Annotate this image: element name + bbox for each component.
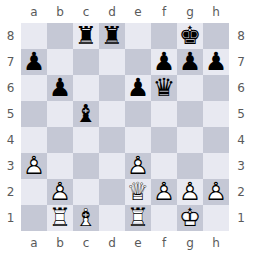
file-label-b-top: b — [47, 0, 73, 23]
square-a2[interactable] — [21, 179, 47, 205]
square-b5[interactable] — [47, 101, 73, 127]
square-a1[interactable] — [21, 205, 47, 231]
rank-label-8-left: 8 — [0, 23, 21, 49]
file-label-g-bottom: g — [177, 231, 203, 263]
file-label-g-top: g — [177, 0, 203, 23]
square-a3[interactable]: ♟♙ — [21, 153, 47, 179]
square-h6[interactable] — [203, 75, 229, 101]
square-f2[interactable]: ♟♙ — [151, 179, 177, 205]
square-f3[interactable] — [151, 153, 177, 179]
corner-top-right — [229, 0, 253, 23]
square-f6[interactable]: ♛ — [151, 75, 177, 101]
file-label-h-top: h — [203, 0, 229, 23]
square-b1[interactable]: ♜♖ — [47, 205, 73, 231]
black-bishop-c5[interactable]: ♝ — [73, 101, 99, 127]
white-piece-outline: ♖ — [47, 205, 73, 231]
square-e2[interactable]: ♛♕ — [125, 179, 151, 205]
square-f8[interactable] — [151, 23, 177, 49]
rank-label-1-left: 1 — [0, 205, 21, 231]
white-queen-e2[interactable]: ♛♕ — [125, 179, 151, 205]
square-c8[interactable]: ♜ — [73, 23, 99, 49]
black-pawn-h7[interactable]: ♟ — [203, 49, 229, 75]
square-d4[interactable] — [99, 127, 125, 153]
file-label-a-bottom: a — [21, 231, 47, 263]
square-d1[interactable] — [99, 205, 125, 231]
rank-label-5-left: 5 — [0, 101, 21, 127]
square-a8[interactable] — [21, 23, 47, 49]
square-d7[interactable] — [99, 49, 125, 75]
white-piece-outline: ♙ — [125, 153, 151, 179]
rank-label-5-right: 5 — [229, 101, 253, 127]
rank-label-6-right: 6 — [229, 75, 253, 101]
square-h7[interactable]: ♟ — [203, 49, 229, 75]
black-pawn-b6[interactable]: ♟ — [47, 75, 73, 101]
white-pawn-f2[interactable]: ♟♙ — [151, 179, 177, 205]
square-a6[interactable] — [21, 75, 47, 101]
rank-label-8-right: 8 — [229, 23, 253, 49]
square-h3[interactable] — [203, 153, 229, 179]
white-king-g1[interactable]: ♚♔ — [177, 205, 203, 231]
square-e7[interactable] — [125, 49, 151, 75]
black-rook-d8[interactable]: ♜ — [99, 23, 125, 49]
file-label-c-top: c — [73, 0, 99, 23]
white-pawn-e3[interactable]: ♟♙ — [125, 153, 151, 179]
white-piece-outline: ♔ — [177, 205, 203, 231]
rank-label-2-left: 2 — [0, 179, 21, 205]
rank-label-6-left: 6 — [0, 75, 21, 101]
corner-bottom-left — [0, 231, 21, 263]
square-f1[interactable] — [151, 205, 177, 231]
black-pawn-f7[interactable]: ♟ — [151, 49, 177, 75]
chess-board: abcdefgh8♜♜♚87♟♟♟♟76♟♟♛65♝5443♟♙♟♙32♟♙♛♕… — [0, 0, 253, 263]
square-e1[interactable]: ♜♖ — [125, 205, 151, 231]
square-c7[interactable] — [73, 49, 99, 75]
square-g4[interactable] — [177, 127, 203, 153]
file-label-h-bottom: h — [203, 231, 229, 263]
white-piece-outline: ♖ — [125, 205, 151, 231]
white-piece-outline: ♙ — [47, 179, 73, 205]
square-g1[interactable]: ♚♔ — [177, 205, 203, 231]
corner-top-left — [0, 0, 21, 23]
square-a5[interactable] — [21, 101, 47, 127]
corner-bottom-right — [229, 231, 253, 263]
square-e4[interactable] — [125, 127, 151, 153]
square-c1[interactable]: ♝♗ — [73, 205, 99, 231]
square-d2[interactable] — [99, 179, 125, 205]
square-d5[interactable] — [99, 101, 125, 127]
square-c3[interactable] — [73, 153, 99, 179]
square-f4[interactable] — [151, 127, 177, 153]
rank-label-7-right: 7 — [229, 49, 253, 75]
rank-label-4-right: 4 — [229, 127, 253, 153]
black-king-g8[interactable]: ♚ — [177, 23, 203, 49]
square-e5[interactable] — [125, 101, 151, 127]
square-c6[interactable] — [73, 75, 99, 101]
square-d3[interactable] — [99, 153, 125, 179]
file-label-b-bottom: b — [47, 231, 73, 263]
white-pawn-h2[interactable]: ♟♙ — [203, 179, 229, 205]
file-label-d-top: d — [99, 0, 125, 23]
white-pawn-a3[interactable]: ♟♙ — [21, 153, 47, 179]
file-label-c-bottom: c — [73, 231, 99, 263]
square-g7[interactable]: ♟ — [177, 49, 203, 75]
square-g3[interactable] — [177, 153, 203, 179]
black-pawn-a7[interactable]: ♟ — [21, 49, 47, 75]
rank-label-3-right: 3 — [229, 153, 253, 179]
square-c2[interactable] — [73, 179, 99, 205]
white-rook-b1[interactable]: ♜♖ — [47, 205, 73, 231]
file-label-d-bottom: d — [99, 231, 125, 263]
square-c5[interactable]: ♝ — [73, 101, 99, 127]
square-a4[interactable] — [21, 127, 47, 153]
square-b7[interactable] — [47, 49, 73, 75]
file-label-e-bottom: e — [125, 231, 151, 263]
square-d6[interactable] — [99, 75, 125, 101]
white-piece-outline: ♙ — [203, 179, 229, 205]
black-rook-c8[interactable]: ♜ — [73, 23, 99, 49]
square-b8[interactable] — [47, 23, 73, 49]
square-g8[interactable]: ♚ — [177, 23, 203, 49]
square-b6[interactable]: ♟ — [47, 75, 73, 101]
rank-label-4-left: 4 — [0, 127, 21, 153]
file-label-a-top: a — [21, 0, 47, 23]
white-bishop-c1[interactable]: ♝♗ — [73, 205, 99, 231]
black-pawn-e6[interactable]: ♟ — [125, 75, 151, 101]
square-d8[interactable]: ♜ — [99, 23, 125, 49]
square-b2[interactable]: ♟♙ — [47, 179, 73, 205]
square-b4[interactable] — [47, 127, 73, 153]
square-a7[interactable]: ♟ — [21, 49, 47, 75]
square-h1[interactable] — [203, 205, 229, 231]
white-piece-outline: ♙ — [151, 179, 177, 205]
white-piece-outline: ♗ — [73, 205, 99, 231]
square-h4[interactable] — [203, 127, 229, 153]
black-queen-f6[interactable]: ♛ — [151, 75, 177, 101]
square-e3[interactable]: ♟♙ — [125, 153, 151, 179]
white-piece-outline: ♙ — [21, 153, 47, 179]
rank-label-2-right: 2 — [229, 179, 253, 205]
white-rook-e1[interactable]: ♜♖ — [125, 205, 151, 231]
square-h2[interactable]: ♟♙ — [203, 179, 229, 205]
square-g6[interactable] — [177, 75, 203, 101]
square-c4[interactable] — [73, 127, 99, 153]
file-label-f-top: f — [151, 0, 177, 23]
square-f5[interactable] — [151, 101, 177, 127]
white-piece-outline: ♕ — [125, 179, 151, 205]
black-pawn-g7[interactable]: ♟ — [177, 49, 203, 75]
white-piece-outline: ♙ — [177, 179, 203, 205]
square-f7[interactable]: ♟ — [151, 49, 177, 75]
white-pawn-b2[interactable]: ♟♙ — [47, 179, 73, 205]
square-g2[interactable]: ♟♙ — [177, 179, 203, 205]
square-b3[interactable] — [47, 153, 73, 179]
square-e6[interactable]: ♟ — [125, 75, 151, 101]
square-e8[interactable] — [125, 23, 151, 49]
file-label-e-top: e — [125, 0, 151, 23]
square-h5[interactable] — [203, 101, 229, 127]
rank-label-1-right: 1 — [229, 205, 253, 231]
file-label-f-bottom: f — [151, 231, 177, 263]
rank-label-7-left: 7 — [0, 49, 21, 75]
white-pawn-g2[interactable]: ♟♙ — [177, 179, 203, 205]
rank-label-3-left: 3 — [0, 153, 21, 179]
square-h8[interactable] — [203, 23, 229, 49]
square-g5[interactable] — [177, 101, 203, 127]
